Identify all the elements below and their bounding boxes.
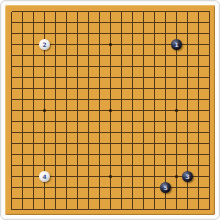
stone-black-P3[interactable]: 5 <box>160 182 171 193</box>
stone-black-R4[interactable]: 3 <box>182 171 193 182</box>
goban[interactable]: 12345 <box>5 5 215 215</box>
star-point <box>175 175 178 178</box>
move-number-label: 1 <box>174 41 178 47</box>
move-number-label: 5 <box>163 184 167 190</box>
stone-white-D16[interactable]: 2 <box>39 39 50 50</box>
board-grid <box>5 5 215 215</box>
stone-black-Q16[interactable]: 1 <box>171 39 182 50</box>
move-number-label: 4 <box>42 173 46 179</box>
move-number-label: 3 <box>185 173 189 179</box>
star-point <box>43 109 46 112</box>
star-point <box>109 175 112 178</box>
move-number-label: 2 <box>42 41 46 47</box>
star-point <box>109 109 112 112</box>
go-board: 12345 <box>0 0 220 220</box>
star-point <box>175 109 178 112</box>
star-point <box>109 43 112 46</box>
stone-white-D4[interactable]: 4 <box>39 171 50 182</box>
